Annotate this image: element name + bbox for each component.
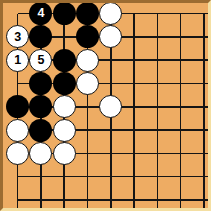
grid-line-vertical <box>110 142 112 165</box>
grid-line-vertical <box>110 72 112 95</box>
grid-line-vertical <box>157 188 159 211</box>
grid-line-vertical <box>40 188 42 211</box>
go-board-diagram: 4315 <box>0 0 211 211</box>
grid-line-vertical <box>133 95 135 118</box>
white-stone <box>53 142 76 165</box>
grid-line-horizontal <box>18 176 30 178</box>
intersection[interactable]: 4 <box>29 2 52 25</box>
intersection[interactable] <box>53 95 76 118</box>
grid-line-horizontal <box>192 106 211 108</box>
grid-line-vertical <box>17 188 19 211</box>
intersection[interactable] <box>146 118 169 141</box>
move-number: 5 <box>37 54 44 67</box>
intersection[interactable] <box>6 188 29 211</box>
grid-line-vertical <box>133 25 135 48</box>
grid-line-vertical <box>203 95 205 118</box>
white-stone: 5 <box>29 49 52 72</box>
intersection[interactable] <box>146 2 169 25</box>
intersection[interactable] <box>53 142 76 165</box>
intersection[interactable] <box>99 2 122 25</box>
intersection[interactable] <box>122 165 145 188</box>
black-stone <box>53 2 76 25</box>
intersection[interactable] <box>76 95 99 118</box>
intersection[interactable] <box>192 25 211 48</box>
grid-line-vertical <box>133 14 135 26</box>
intersection[interactable] <box>122 95 145 118</box>
grid-line-vertical <box>180 95 182 118</box>
intersection[interactable] <box>6 95 29 118</box>
grid-line-vertical <box>110 188 112 211</box>
intersection[interactable] <box>122 49 145 72</box>
intersection[interactable] <box>169 72 192 95</box>
intersection[interactable] <box>192 165 211 188</box>
grid-line-vertical <box>17 165 19 188</box>
white-stone <box>76 72 99 95</box>
intersection[interactable] <box>29 188 52 211</box>
intersection[interactable] <box>122 25 145 48</box>
grid-line-vertical <box>87 118 89 141</box>
intersection[interactable] <box>146 142 169 165</box>
grid-line-vertical <box>133 72 135 95</box>
move-number: 4 <box>37 7 44 20</box>
grid-line-horizontal <box>18 83 30 85</box>
grid-line-vertical <box>203 72 205 95</box>
grid-line-vertical <box>110 49 112 72</box>
grid-line-horizontal <box>192 13 211 15</box>
black-stone <box>76 25 99 48</box>
intersection[interactable] <box>76 25 99 48</box>
grid-line-vertical <box>180 142 182 165</box>
white-stone <box>99 25 122 48</box>
black-stone <box>76 2 99 25</box>
white-stone: 3 <box>6 25 29 48</box>
intersection[interactable] <box>53 165 76 188</box>
intersection[interactable]: 5 <box>29 49 52 72</box>
intersection[interactable] <box>169 25 192 48</box>
grid-line-vertical <box>157 118 159 141</box>
intersection[interactable] <box>169 118 192 141</box>
grid-line-vertical <box>157 165 159 188</box>
white-stone <box>53 119 76 142</box>
intersection[interactable] <box>169 2 192 25</box>
intersection[interactable] <box>192 72 211 95</box>
intersection[interactable] <box>76 2 99 25</box>
intersection[interactable] <box>76 165 99 188</box>
white-stone <box>53 95 76 118</box>
intersection[interactable] <box>6 2 29 25</box>
black-stone <box>6 95 29 118</box>
grid-line-vertical <box>133 118 135 141</box>
intersection[interactable] <box>29 142 52 165</box>
grid-line-vertical <box>203 14 205 26</box>
grid-line-horizontal <box>192 83 211 85</box>
white-stone <box>29 142 52 165</box>
grid-line-horizontal <box>192 36 211 38</box>
grid-line-horizontal <box>192 59 211 61</box>
intersection[interactable] <box>99 142 122 165</box>
white-stone <box>6 119 29 142</box>
white-stone <box>76 49 99 72</box>
intersection[interactable] <box>192 49 211 72</box>
intersection[interactable] <box>146 72 169 95</box>
grid-line-vertical <box>203 188 205 211</box>
grid-line-vertical <box>63 25 65 48</box>
intersection[interactable] <box>169 165 192 188</box>
intersection[interactable] <box>122 72 145 95</box>
intersection[interactable]: 3 <box>6 25 29 48</box>
intersection[interactable] <box>53 72 76 95</box>
intersection[interactable] <box>146 95 169 118</box>
grid-line-vertical <box>133 188 135 211</box>
intersection[interactable] <box>192 2 211 25</box>
go-grid: 4315 <box>6 2 211 211</box>
grid-line-horizontal <box>192 129 211 131</box>
grid-line-vertical <box>180 49 182 72</box>
intersection[interactable]: 1 <box>6 49 29 72</box>
intersection[interactable] <box>29 95 52 118</box>
intersection[interactable] <box>169 95 192 118</box>
black-stone <box>53 72 76 95</box>
grid-line-vertical <box>203 25 205 48</box>
intersection[interactable] <box>6 142 29 165</box>
intersection[interactable] <box>53 25 76 48</box>
intersection[interactable] <box>76 72 99 95</box>
grid-line-vertical <box>17 72 19 95</box>
grid-line-vertical <box>110 118 112 141</box>
intersection[interactable] <box>6 118 29 141</box>
grid-line-vertical <box>157 142 159 165</box>
intersection[interactable] <box>99 95 122 118</box>
white-stone <box>6 142 29 165</box>
grid-line-vertical <box>203 49 205 72</box>
grid-line-vertical <box>180 25 182 48</box>
intersection[interactable] <box>29 25 52 48</box>
intersection[interactable] <box>29 118 52 141</box>
grid-line-horizontal <box>18 13 30 15</box>
grid-line-vertical <box>180 165 182 188</box>
intersection[interactable] <box>146 188 169 211</box>
black-stone: 4 <box>29 2 52 25</box>
intersection[interactable] <box>192 95 211 118</box>
grid-line-vertical <box>87 165 89 188</box>
intersection[interactable] <box>99 165 122 188</box>
white-stone: 1 <box>6 49 29 72</box>
intersection[interactable] <box>192 118 211 141</box>
grid-line-vertical <box>157 95 159 118</box>
grid-line-vertical <box>133 142 135 165</box>
white-stone <box>99 2 122 25</box>
grid-line-vertical <box>180 118 182 141</box>
intersection[interactable] <box>146 165 169 188</box>
intersection[interactable] <box>53 2 76 25</box>
intersection[interactable] <box>146 49 169 72</box>
grid-line-vertical <box>203 165 205 188</box>
move-number: 3 <box>14 31 21 44</box>
grid-line-vertical <box>63 188 65 211</box>
intersection[interactable] <box>122 188 145 211</box>
move-number: 1 <box>14 54 21 67</box>
intersection[interactable] <box>76 49 99 72</box>
intersection[interactable] <box>169 49 192 72</box>
intersection[interactable] <box>29 165 52 188</box>
intersection[interactable] <box>146 25 169 48</box>
black-stone <box>29 72 52 95</box>
grid-line-vertical <box>133 49 135 72</box>
grid-line-vertical <box>203 118 205 141</box>
intersection[interactable] <box>53 188 76 211</box>
intersection[interactable] <box>29 72 52 95</box>
grid-line-vertical <box>110 165 112 188</box>
intersection[interactable] <box>99 72 122 95</box>
white-stone <box>99 95 122 118</box>
intersection[interactable] <box>122 118 145 141</box>
intersection[interactable] <box>122 2 145 25</box>
intersection[interactable] <box>122 142 145 165</box>
black-stone <box>53 49 76 72</box>
intersection[interactable] <box>76 118 99 141</box>
intersection[interactable] <box>99 49 122 72</box>
grid-line-vertical <box>40 165 42 188</box>
intersection[interactable] <box>192 188 211 211</box>
intersection[interactable] <box>99 118 122 141</box>
grid-line-vertical <box>203 142 205 165</box>
intersection[interactable] <box>76 142 99 165</box>
intersection[interactable] <box>53 118 76 141</box>
grid-line-vertical <box>63 165 65 188</box>
black-stone <box>29 95 52 118</box>
intersection[interactable] <box>53 49 76 72</box>
intersection[interactable] <box>99 25 122 48</box>
black-stone <box>29 119 52 142</box>
intersection[interactable] <box>6 72 29 95</box>
intersection[interactable] <box>6 165 29 188</box>
grid-line-vertical <box>157 25 159 48</box>
grid-line-vertical <box>87 95 89 118</box>
grid-line-vertical <box>17 14 19 26</box>
intersection[interactable] <box>169 142 192 165</box>
grid-line-horizontal <box>192 176 211 178</box>
grid-line-horizontal <box>192 199 211 201</box>
grid-line-vertical <box>180 188 182 211</box>
intersection[interactable] <box>76 188 99 211</box>
grid-line-vertical <box>157 72 159 95</box>
grid-line-vertical <box>157 49 159 72</box>
grid-line-vertical <box>157 14 159 26</box>
intersection[interactable] <box>192 142 211 165</box>
grid-line-vertical <box>87 142 89 165</box>
intersection[interactable] <box>169 188 192 211</box>
grid-line-vertical <box>87 188 89 211</box>
grid-line-vertical <box>180 14 182 26</box>
grid-line-horizontal <box>192 153 211 155</box>
grid-line-horizontal <box>18 199 30 201</box>
grid-line-vertical <box>180 72 182 95</box>
intersection[interactable] <box>99 188 122 211</box>
grid-line-vertical <box>133 165 135 188</box>
black-stone <box>29 25 52 48</box>
